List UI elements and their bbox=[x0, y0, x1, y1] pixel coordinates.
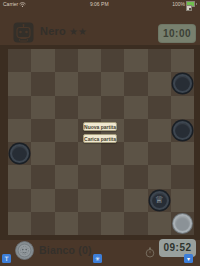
square-1-2[interactable] bbox=[55, 72, 78, 95]
square-2-0[interactable] bbox=[8, 96, 31, 119]
white-player-name: Bianco (0) bbox=[39, 244, 92, 256]
square-5-4[interactable] bbox=[101, 165, 124, 188]
board-frame: ♕ Nuova partita Carica partita bbox=[0, 45, 200, 240]
king-crown-icon: ♕ bbox=[155, 195, 164, 205]
square-0-4[interactable] bbox=[101, 49, 124, 72]
square-1-3[interactable] bbox=[78, 72, 101, 95]
square-3-5[interactable] bbox=[124, 119, 147, 142]
square-6-3[interactable] bbox=[78, 189, 101, 212]
header-black-player: Nero★★ 10:00 bbox=[0, 8, 200, 45]
overlay-marker-bottom-left[interactable]: T bbox=[2, 254, 11, 263]
square-5-3[interactable] bbox=[78, 165, 101, 188]
square-4-0[interactable] bbox=[8, 142, 31, 165]
game-menu-popover: Nuova partita Carica partita bbox=[83, 122, 117, 143]
square-2-6[interactable] bbox=[148, 96, 171, 119]
carrier-label: Carrier bbox=[3, 1, 18, 7]
square-0-1[interactable] bbox=[31, 49, 54, 72]
square-2-4[interactable] bbox=[101, 96, 124, 119]
square-6-6[interactable]: ♕ bbox=[148, 189, 171, 212]
overlay-marker-bottom-right[interactable]: ▾ bbox=[184, 254, 193, 263]
square-1-4[interactable] bbox=[101, 72, 124, 95]
black-player-clock: 10:00 bbox=[158, 24, 196, 43]
square-5-0[interactable] bbox=[8, 165, 31, 188]
square-7-5[interactable] bbox=[124, 212, 147, 235]
square-1-6[interactable] bbox=[148, 72, 171, 95]
square-5-7[interactable] bbox=[171, 165, 194, 188]
square-4-4[interactable] bbox=[101, 142, 124, 165]
square-7-3[interactable] bbox=[78, 212, 101, 235]
square-4-1[interactable] bbox=[31, 142, 54, 165]
black-man[interactable] bbox=[10, 144, 29, 163]
square-0-5[interactable] bbox=[124, 49, 147, 72]
wifi-icon bbox=[19, 2, 26, 7]
square-6-1[interactable] bbox=[31, 189, 54, 212]
square-5-6[interactable] bbox=[148, 165, 171, 188]
app-screen: Carrier 9:06 PM 100% bbox=[0, 0, 200, 266]
stopwatch-icon bbox=[145, 244, 155, 255]
square-3-6[interactable] bbox=[148, 119, 171, 142]
square-0-7[interactable] bbox=[171, 49, 194, 72]
square-2-2[interactable] bbox=[55, 96, 78, 119]
square-7-1[interactable] bbox=[31, 212, 54, 235]
white-player-avatar-icon bbox=[15, 241, 34, 260]
square-5-5[interactable] bbox=[124, 165, 147, 188]
square-7-0[interactable] bbox=[8, 212, 31, 235]
square-7-4[interactable] bbox=[101, 212, 124, 235]
battery-percent: 100% bbox=[172, 1, 185, 7]
square-4-7[interactable] bbox=[171, 142, 194, 165]
square-0-2[interactable] bbox=[55, 49, 78, 72]
square-5-1[interactable] bbox=[31, 165, 54, 188]
square-3-1[interactable] bbox=[31, 119, 54, 142]
square-4-3[interactable] bbox=[78, 142, 101, 165]
square-1-5[interactable] bbox=[124, 72, 147, 95]
square-2-3[interactable] bbox=[78, 96, 101, 119]
square-3-0[interactable] bbox=[8, 119, 31, 142]
status-time: 9:06 PM bbox=[90, 1, 109, 7]
square-4-6[interactable] bbox=[148, 142, 171, 165]
square-0-6[interactable] bbox=[148, 49, 171, 72]
robot-opponent-icon bbox=[13, 22, 34, 43]
overlay-marker-bottom-center[interactable]: ✳ bbox=[93, 254, 102, 263]
square-6-7[interactable] bbox=[171, 189, 194, 212]
white-man[interactable] bbox=[173, 214, 192, 233]
black-king[interactable]: ♕ bbox=[150, 191, 169, 210]
square-6-0[interactable] bbox=[8, 189, 31, 212]
square-7-6[interactable] bbox=[148, 212, 171, 235]
square-2-5[interactable] bbox=[124, 96, 147, 119]
square-1-7[interactable] bbox=[171, 72, 194, 95]
square-3-7[interactable] bbox=[171, 119, 194, 142]
square-3-2[interactable] bbox=[55, 119, 78, 142]
load-game-button[interactable]: Carica partita bbox=[83, 134, 117, 143]
square-0-3[interactable] bbox=[78, 49, 101, 72]
square-2-1[interactable] bbox=[31, 96, 54, 119]
square-7-7[interactable] bbox=[171, 212, 194, 235]
square-6-4[interactable] bbox=[101, 189, 124, 212]
status-bar: Carrier 9:06 PM 100% bbox=[0, 0, 200, 8]
difficulty-stars: ★★ bbox=[69, 26, 87, 37]
square-1-0[interactable] bbox=[8, 72, 31, 95]
new-game-button[interactable]: Nuova partita bbox=[83, 122, 117, 131]
square-7-2[interactable] bbox=[55, 212, 78, 235]
square-4-5[interactable] bbox=[124, 142, 147, 165]
square-2-7[interactable] bbox=[171, 96, 194, 119]
black-player-name: Nero★★ bbox=[40, 25, 87, 37]
square-0-0[interactable] bbox=[8, 49, 31, 72]
square-5-2[interactable] bbox=[55, 165, 78, 188]
square-6-5[interactable] bbox=[124, 189, 147, 212]
square-4-2[interactable] bbox=[55, 142, 78, 165]
square-1-1[interactable] bbox=[31, 72, 54, 95]
black-man[interactable] bbox=[173, 74, 192, 93]
black-man[interactable] bbox=[173, 121, 192, 140]
square-6-2[interactable] bbox=[55, 189, 78, 212]
